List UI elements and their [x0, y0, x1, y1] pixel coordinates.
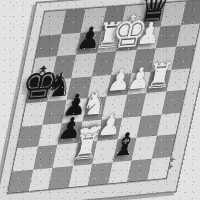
piece-white-knight-d4: ♞ — [79, 87, 112, 122]
piece-white-pawn-e3: ♟ — [95, 110, 125, 141]
chessboard-photo: Drueke ✚✚ ✚✚ ♛♟♜♚♟♚♞♟♟♜♟♞♟♟♟♜♝ — [0, 0, 200, 200]
piece-white-pawn-d3: ♟ — [73, 114, 105, 152]
piece-white-pawn-f5: ♟ — [125, 63, 155, 95]
piece-white-rook-d2: ♜ — [68, 129, 103, 166]
piece-white-rook-g5: ♜ — [142, 57, 177, 94]
piece-white-pawn-f7: ♟ — [134, 18, 164, 50]
piece-black-knight-b5: ♞ — [43, 68, 76, 103]
board: Drueke ✚✚ ✚✚ ♛♟♜♚♟♚♞♟♟♜♟♞♟♟♟♜♝ — [8, 0, 200, 193]
piece-black-bishop-f2: ♝ — [109, 128, 141, 162]
piece-white-pawn-e5: ♟ — [105, 65, 135, 97]
piece-white-rook-d7: ♜ — [92, 17, 127, 55]
piece-white-king-e7: ♚ — [108, 7, 153, 55]
piece-black-pawn-c7: ♟ — [74, 23, 104, 55]
piece-black-pawn-c3: ♟ — [55, 113, 85, 145]
piece-black-queen-f8: ♛ — [134, 0, 176, 30]
piece-black-pawn-c4: ♟ — [60, 91, 90, 123]
